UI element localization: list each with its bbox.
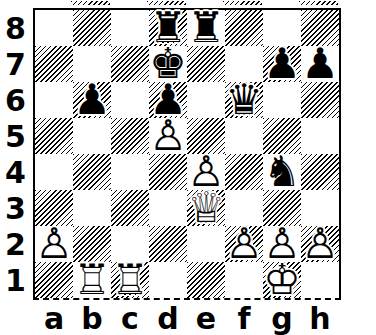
rank-labels: 87654321	[0, 10, 31, 298]
square-d2[interactable]	[149, 226, 187, 262]
square-g3[interactable]	[263, 190, 301, 226]
piece-white-pawn-h2: ♟♙	[301, 226, 339, 262]
file-label-g: g	[263, 301, 301, 335]
piece-black-rook-d8: ♜	[149, 10, 187, 46]
square-f2[interactable]: ♟♙	[225, 226, 263, 262]
rank-label-6: 6	[0, 82, 31, 118]
square-d6[interactable]: ♟	[149, 82, 187, 118]
square-h8[interactable]	[301, 10, 339, 46]
chess-board: ♜♜♚♟♟♟♟♛♟♙♟♙♞♛♕♟♙♟♙♟♙♟♙♜♖♜♖♚♔	[35, 10, 339, 298]
piece-black-rook-e8: ♜	[187, 10, 225, 46]
square-g6[interactable]	[263, 82, 301, 118]
square-g2[interactable]: ♟♙	[263, 226, 301, 262]
square-c7[interactable]	[111, 46, 149, 82]
square-d8[interactable]: ♜	[149, 10, 187, 46]
piece-black-king-d7: ♚	[149, 46, 187, 82]
square-b3[interactable]	[73, 190, 111, 226]
rank-label-5: 5	[0, 118, 31, 154]
file-label-c: c	[111, 301, 149, 335]
board-border: ♜♜♚♟♟♟♟♛♟♙♟♙♞♛♕♟♙♟♙♟♙♟♙♜♖♜♖♚♔	[33, 8, 341, 300]
file-label-a: a	[35, 301, 73, 335]
square-c8[interactable]	[111, 10, 149, 46]
square-e7[interactable]	[187, 46, 225, 82]
rank-label-1: 1	[0, 262, 31, 298]
rank-label-3: 3	[0, 190, 31, 226]
square-h2[interactable]: ♟♙	[301, 226, 339, 262]
file-label-h: h	[301, 301, 339, 335]
rank-label-4: 4	[0, 154, 31, 190]
square-a5[interactable]	[35, 118, 73, 154]
piece-white-pawn-e4: ♟♙	[187, 154, 225, 190]
square-g4[interactable]: ♞	[263, 154, 301, 190]
piece-white-pawn-g2: ♟♙	[263, 226, 301, 262]
square-d4[interactable]	[149, 154, 187, 190]
square-a2[interactable]: ♟♙	[35, 226, 73, 262]
piece-black-pawn-b6: ♟	[73, 82, 111, 118]
square-b8[interactable]	[73, 10, 111, 46]
square-b2[interactable]	[73, 226, 111, 262]
square-d5[interactable]: ♟♙	[149, 118, 187, 154]
square-b4[interactable]	[73, 154, 111, 190]
square-f8[interactable]	[225, 10, 263, 46]
piece-black-knight-g4: ♞	[263, 154, 301, 190]
square-e3[interactable]: ♛♕	[187, 190, 225, 226]
square-e1[interactable]	[187, 262, 225, 298]
piece-black-queen-f6: ♛	[225, 82, 263, 118]
square-b7[interactable]	[73, 46, 111, 82]
square-h6[interactable]	[301, 82, 339, 118]
square-f4[interactable]	[225, 154, 263, 190]
rank-label-2: 2	[0, 226, 31, 262]
square-d7[interactable]: ♚	[149, 46, 187, 82]
square-g7[interactable]: ♟	[263, 46, 301, 82]
file-label-f: f	[225, 301, 263, 335]
file-label-b: b	[73, 301, 111, 335]
square-g1[interactable]: ♚♔	[263, 262, 301, 298]
file-labels: abcdefgh	[35, 301, 339, 334]
piece-white-queen-e3: ♛♕	[187, 190, 225, 226]
file-label-d: d	[149, 301, 187, 335]
rank-label-7: 7	[0, 46, 31, 82]
piece-black-pawn-g7: ♟	[263, 46, 301, 82]
crop-artifact-hatch	[223, 1, 262, 5]
piece-white-pawn-a2: ♟♙	[35, 226, 73, 262]
square-c1[interactable]: ♜♖	[111, 262, 149, 298]
rank-label-8: 8	[0, 10, 31, 46]
square-b5[interactable]	[73, 118, 111, 154]
square-h1[interactable]	[301, 262, 339, 298]
square-a1[interactable]	[35, 262, 73, 298]
square-g5[interactable]	[263, 118, 301, 154]
square-b1[interactable]: ♜♖	[73, 262, 111, 298]
square-g8[interactable]	[263, 10, 301, 46]
piece-black-pawn-h7: ♟	[301, 46, 339, 82]
square-e5[interactable]	[187, 118, 225, 154]
square-a4[interactable]	[35, 154, 73, 190]
crop-artifact-hatch	[71, 1, 110, 5]
piece-white-rook-b1: ♜♖	[73, 262, 111, 298]
square-c5[interactable]	[111, 118, 149, 154]
piece-white-king-g1: ♚♔	[263, 262, 301, 298]
square-e2[interactable]	[187, 226, 225, 262]
square-f7[interactable]	[225, 46, 263, 82]
square-a6[interactable]	[35, 82, 73, 118]
square-e6[interactable]	[187, 82, 225, 118]
piece-white-pawn-d5: ♟♙	[149, 118, 187, 154]
square-a3[interactable]	[35, 190, 73, 226]
square-a8[interactable]	[35, 10, 73, 46]
square-c4[interactable]	[111, 154, 149, 190]
square-e8[interactable]: ♜	[187, 10, 225, 46]
square-f6[interactable]: ♛	[225, 82, 263, 118]
square-f3[interactable]	[225, 190, 263, 226]
square-h3[interactable]	[301, 190, 339, 226]
square-a7[interactable]	[35, 46, 73, 82]
square-d3[interactable]	[149, 190, 187, 226]
square-f5[interactable]	[225, 118, 263, 154]
piece-black-pawn-d6: ♟	[149, 82, 187, 118]
square-c3[interactable]	[111, 190, 149, 226]
crop-artifact-hatch	[299, 1, 338, 5]
square-h5[interactable]	[301, 118, 339, 154]
square-c2[interactable]	[111, 226, 149, 262]
square-d1[interactable]	[149, 262, 187, 298]
square-h7[interactable]: ♟	[301, 46, 339, 82]
square-e4[interactable]: ♟♙	[187, 154, 225, 190]
square-h4[interactable]	[301, 154, 339, 190]
square-c6[interactable]	[111, 82, 149, 118]
square-b6[interactable]: ♟	[73, 82, 111, 118]
piece-white-pawn-f2: ♟♙	[225, 226, 263, 262]
piece-white-rook-c1: ♜♖	[111, 262, 149, 298]
file-label-e: e	[187, 301, 225, 335]
crop-artifact-hatch	[147, 1, 186, 5]
square-f1[interactable]	[225, 262, 263, 298]
chess-diagram: 87654321 ♜♜♚♟♟♟♟♛♟♙♟♙♞♛♕♟♙♟♙♟♙♟♙♜♖♜♖♚♔ a…	[0, 0, 376, 335]
